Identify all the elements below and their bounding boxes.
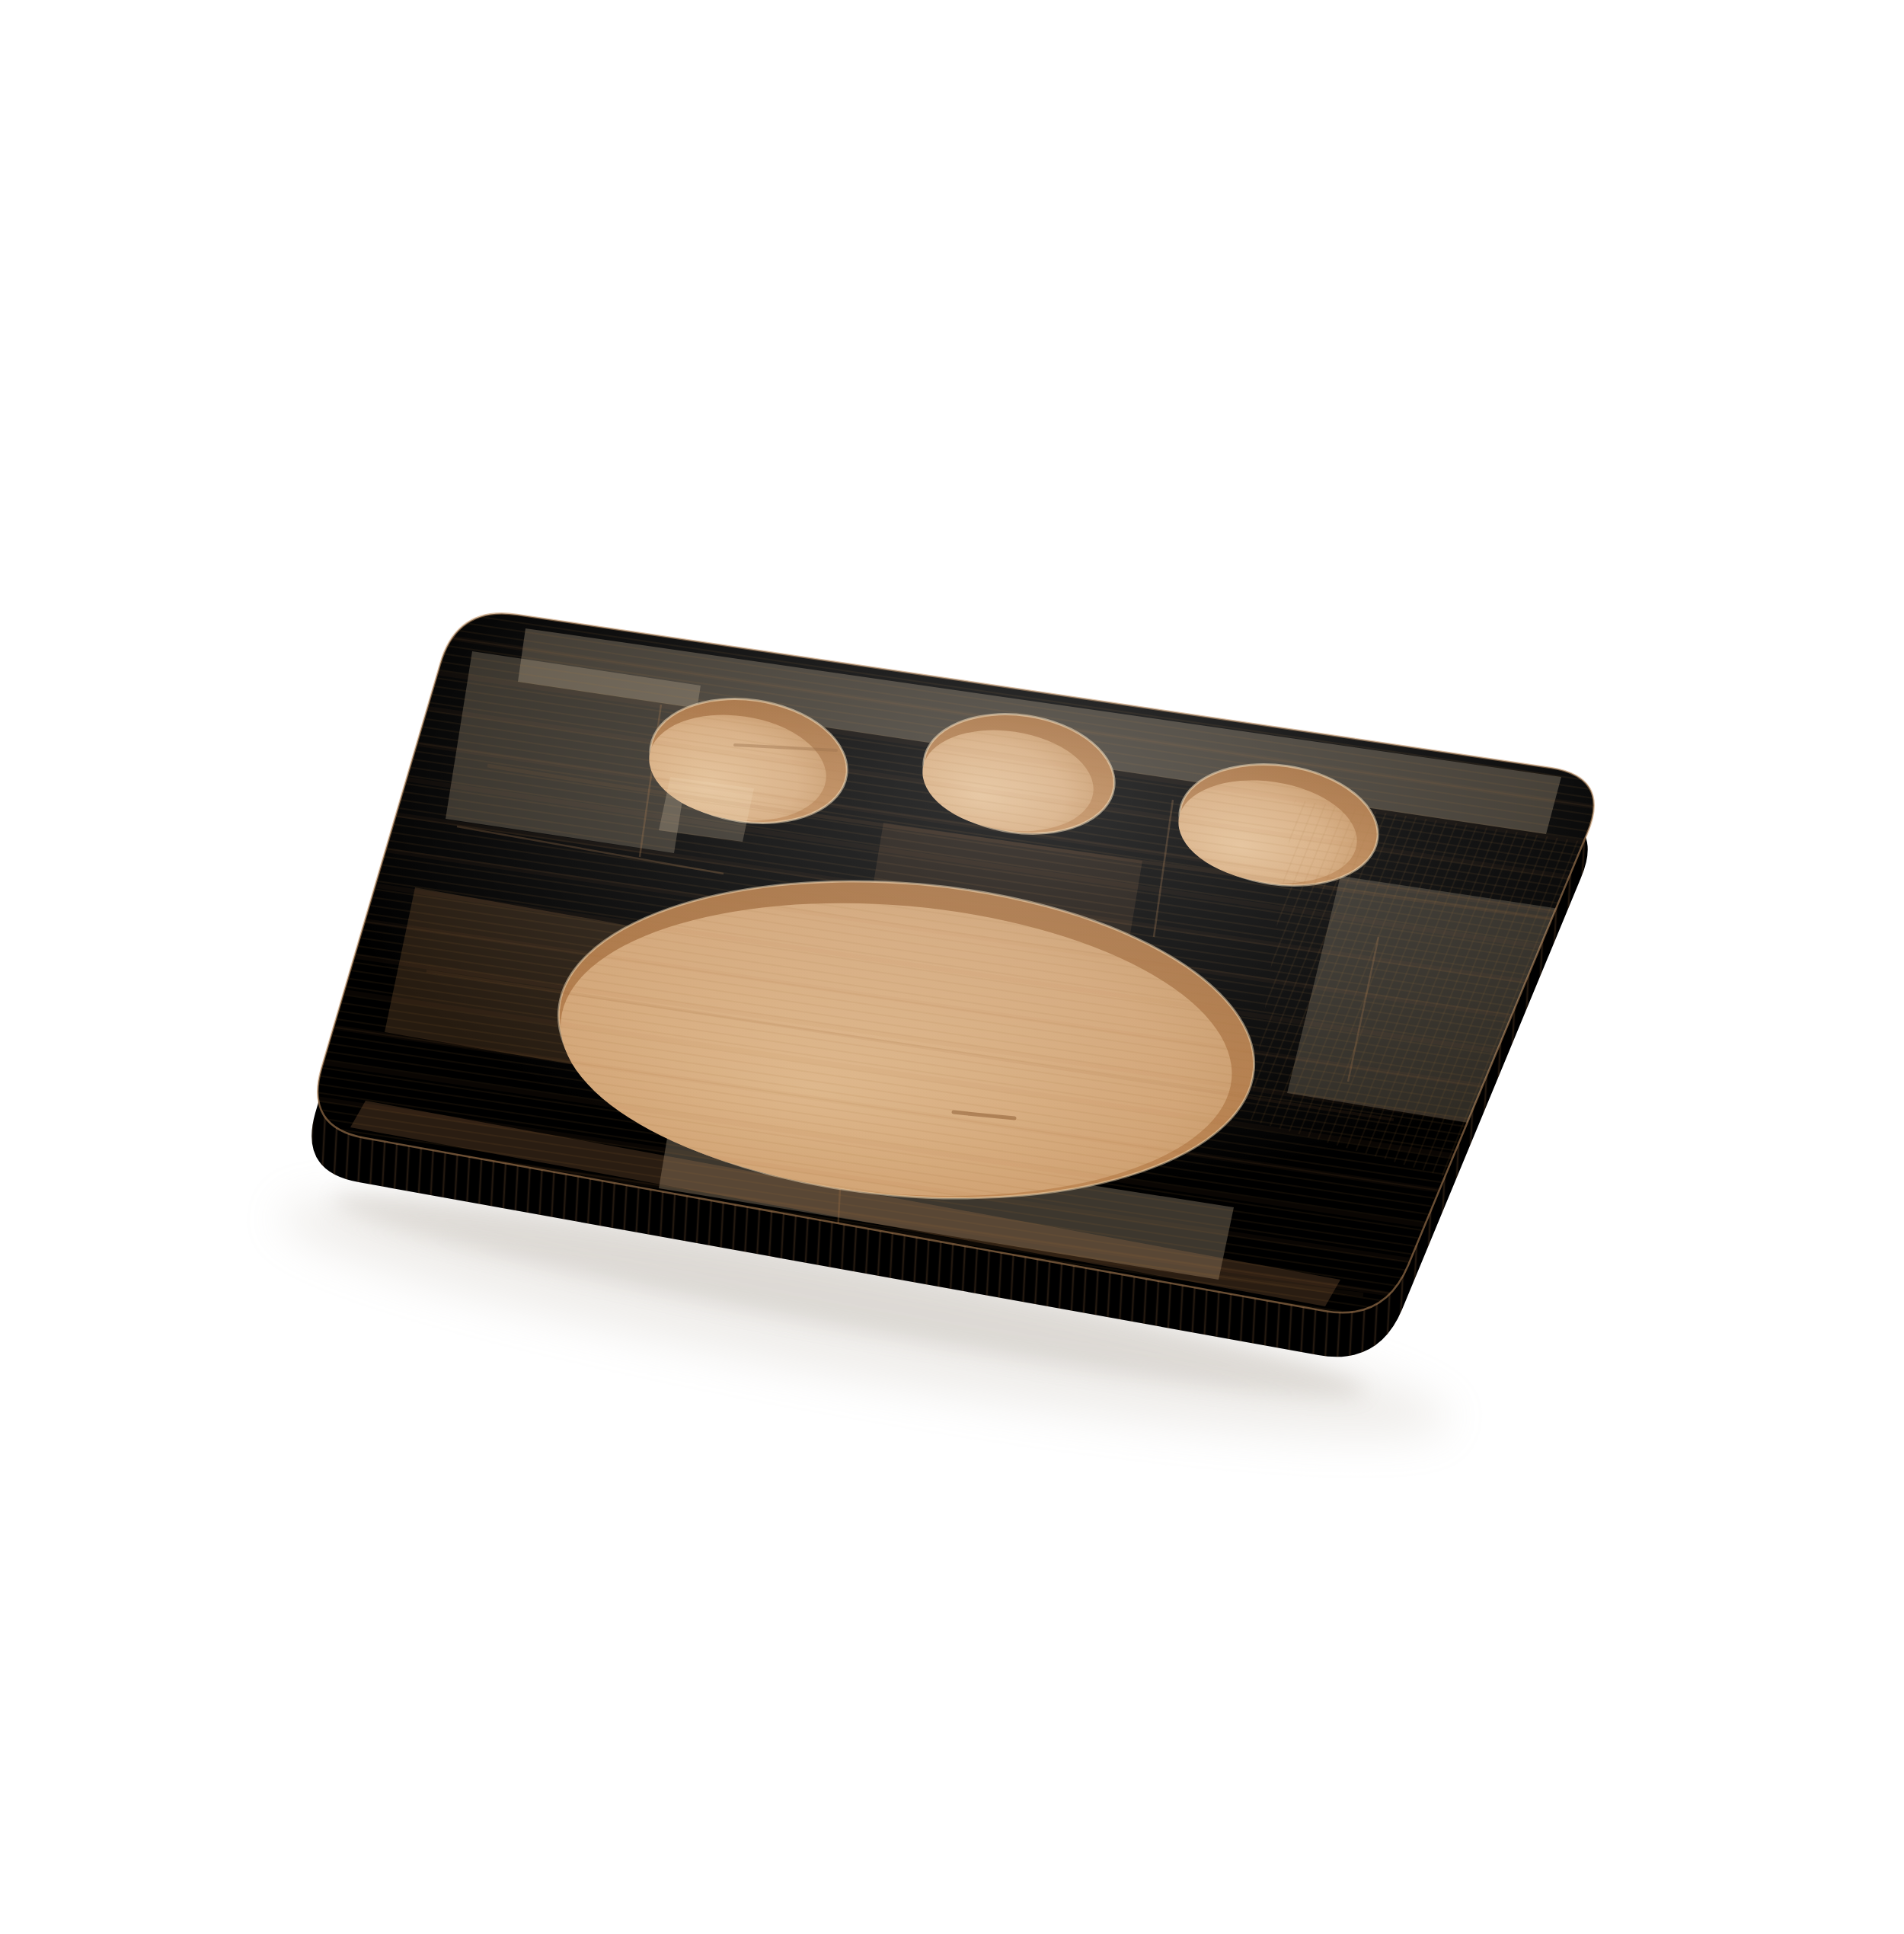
product-photo-stage: Light beech wood serving board with thre… [0,0,1904,1934]
serving-board-photo: Light beech wood serving board with thre… [0,0,1904,1934]
